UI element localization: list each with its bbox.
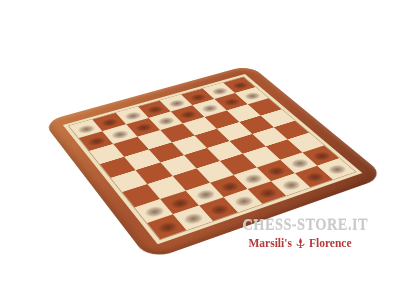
brand-city: Florence (309, 237, 352, 249)
square-a1: ♜ (147, 214, 187, 239)
piece-white-rook: ♜ (134, 202, 201, 229)
fleur-de-lis-icon (296, 238, 305, 249)
brand-line: Marsili's Florence (236, 237, 364, 249)
square-a7: ♟ (79, 131, 113, 151)
chess-board-scene: ♜♞♝♛♚♝♞♜♟♟♟♟♟♟♟♟♟♟♟♟♟♟♟♟♜♞♝♛♚♝♞♜ (0, 0, 400, 300)
product-photo: ♜♞♝♛♚♝♞♜♟♟♟♟♟♟♟♟♟♟♟♟♟♟♟♟♜♞♝♛♚♝♞♜ CHESS-S… (0, 0, 400, 300)
watermark: CHESS-STORE.IT Marsili's Florence (236, 216, 364, 249)
board-grid: ♜♞♝♛♚♝♞♜♟♟♟♟♟♟♟♟♟♟♟♟♟♟♟♟♜♞♝♛♚♝♞♜ (69, 77, 355, 239)
brand-name: Marsili's (248, 237, 291, 249)
store-watermark: CHESS-STORE.IT (242, 216, 357, 234)
piece-black-pawn: ♟ (67, 123, 126, 144)
